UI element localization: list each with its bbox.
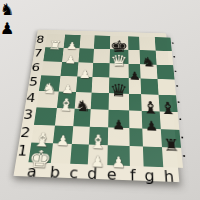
square-g8 [139,37,155,51]
file-label-h: h [163,167,184,182]
file-label-c: c [69,164,88,179]
file-label-e: e [107,165,130,180]
square-d2: ♝ [89,126,108,145]
square-e8: ♚ [110,36,129,50]
square-c8 [80,35,95,49]
square-e4 [108,93,129,110]
square-e1: ♟ [107,145,130,165]
file-label-a: a [26,162,51,177]
black-rook: ♜ [163,142,180,147]
square-a4 [37,91,59,108]
white-pawn: ♟ [111,161,125,165]
square-f5 [129,78,142,94]
square-a3 [34,107,57,125]
square-e2 [107,127,129,146]
square-b5: ♟ [59,76,77,92]
square-d1: ♟ [88,145,108,165]
square-f3 [129,110,142,128]
square-a5: ♞ [39,76,61,92]
square-f7 [128,50,140,64]
square-c1 [70,144,89,164]
square-c3 [73,108,90,126]
square-b6 [61,62,79,77]
square-e3: ♟ [108,110,129,128]
square-e6 [109,63,129,78]
square-c7 [78,48,93,62]
square-h1 [162,147,183,167]
square-h7 [156,50,173,64]
square-b2: ♟ [53,125,73,144]
square-g4: ♝ [141,94,159,111]
white-king: ♚ [29,155,52,162]
white-bishop: ♝ [33,137,52,142]
square-b7: ♟ [62,48,79,62]
square-h6 [157,64,175,79]
square-g1 [143,147,163,167]
square-e7: ♛ [109,49,128,64]
chess-board: ········8♜♟♚·7♟♛♞·6♟♟·5♞♟♛·4♝♞♝♝·3♟♟·2♝♟… [13,30,179,182]
photo-of-chess-board: ········8♜♟♚·7♟♛♞·6♟♟·5♞♟♛·4♝♞♝♝·3♟♟·2♝♟… [0,0,200,200]
square-e5: ♛ [109,78,129,94]
square-c5 [76,77,92,93]
square-f1 [130,146,144,166]
square-g3: ♟ [142,111,161,129]
vinyl-board-mat: ········8♜♟♚·7♟♛♞·6♟♟·5♞♟♛·4♝♞♝♝·3♟♟·2♝♟… [13,30,179,182]
file-label-d: d [87,164,107,179]
square-d6 [92,62,109,77]
square-c6: ♟ [77,62,93,77]
square-f4 [129,94,142,111]
square-h8 [155,37,172,51]
square-d3 [90,109,109,127]
square-c2 [72,126,90,145]
square-d4 [91,93,109,110]
square-h2: ♜ [161,129,181,148]
square-d5 [92,77,109,93]
black-bishop: ♝ [159,106,177,111]
file-label-b: b [49,163,70,178]
square-b1 [51,144,72,164]
square-b4: ♝ [57,92,76,109]
white-bishop: ♝ [57,103,75,108]
square-h3 [160,111,179,129]
square-g7: ♞ [140,50,157,64]
white-pawn: ♟ [90,160,104,164]
white-bishop: ♝ [89,139,108,144]
file-label-f: f [130,166,145,181]
square-a6 [41,61,62,76]
square-b3 [55,108,74,126]
square-g5 [141,79,159,95]
square-f8 [128,36,140,50]
file-label-g: g [144,166,164,181]
black-pawn: ♟ [145,124,158,128]
square-h4: ♝ [159,95,178,112]
square-f2 [129,128,143,147]
square-a1: ♚ [28,143,53,163]
captured-black-knight: ♞ [0,0,200,19]
square-b8: ♟ [64,35,81,49]
square-h5 [158,79,176,95]
square-d8 [94,35,110,49]
square-a7 [43,47,64,61]
black-pawn: ♟ [112,123,125,127]
square-f6: ♟ [129,64,141,79]
square-d7 [93,49,110,63]
square-a8: ♜ [45,34,65,48]
square-g2 [143,128,162,147]
square-a2: ♝ [31,124,55,143]
white-pawn: ♟ [56,139,70,143]
square-g6 [140,64,157,79]
square-c4: ♞ [75,92,92,109]
